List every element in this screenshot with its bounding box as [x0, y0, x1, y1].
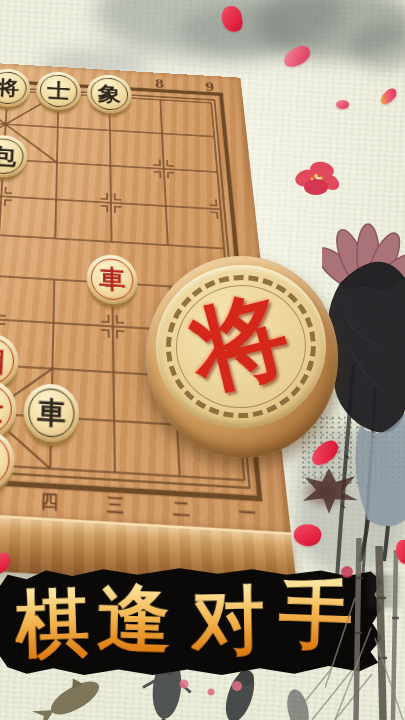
piece-象-black[interactable]: 象 — [87, 74, 132, 115]
blossom-dot — [180, 680, 189, 689]
file-label-bottom: 三 — [100, 493, 130, 519]
piece-帅-red[interactable]: 帅 — [0, 428, 15, 493]
piece-包-black[interactable]: 包 — [0, 134, 28, 178]
file-label-bottom: 一 — [231, 501, 263, 527]
koi-fish-icon — [284, 687, 312, 720]
hero-piece-general: 将 — [136, 247, 348, 468]
hero-piece-face: 将 — [148, 257, 334, 437]
piece-車-red[interactable]: 車 — [87, 254, 138, 306]
reed-stalks — [325, 538, 405, 720]
game-splash-screen: 89四三二一 将士象包車相仕車帅 将 — [0, 0, 405, 720]
hero-piece-character: 将 — [138, 244, 342, 443]
red-flower — [292, 156, 342, 202]
file-label-bottom: 四 — [34, 489, 65, 515]
banner-char: 棋 — [14, 585, 91, 662]
file-label-top: 9 — [198, 80, 222, 95]
berry-dot — [341, 566, 353, 578]
piece-車-black[interactable]: 車 — [23, 383, 79, 444]
hero-piece-rim: 将 — [136, 247, 348, 468]
piece-将-black[interactable]: 将 — [0, 68, 31, 108]
banner-char: 对 — [190, 582, 265, 657]
piece-士-black[interactable]: 士 — [36, 71, 81, 112]
koi-fish-icon — [28, 669, 104, 720]
blossom-dot — [208, 689, 215, 696]
banner-char: 逢 — [96, 580, 172, 656]
file-label-bottom: 二 — [166, 497, 197, 523]
file-label-top: 8 — [148, 77, 172, 92]
blossom-dot — [232, 681, 242, 691]
